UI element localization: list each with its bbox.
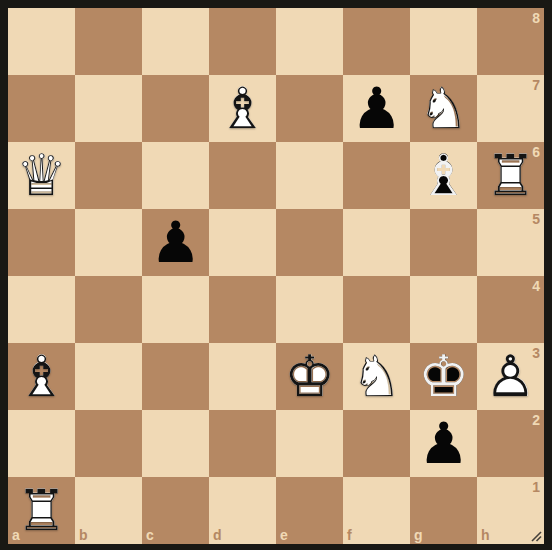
- square-d6[interactable]: [209, 142, 276, 209]
- white-queen[interactable]: ♛♕: [8, 142, 75, 209]
- piece-outline-glyph: ♔: [276, 343, 343, 410]
- white-knight[interactable]: ♞♘: [343, 343, 410, 410]
- piece-outline-glyph: ♕: [8, 142, 75, 209]
- square-h7[interactable]: 7: [477, 75, 544, 142]
- rank-label: 1: [532, 479, 540, 495]
- square-f3[interactable]: ♞♘: [343, 343, 410, 410]
- square-b2[interactable]: [75, 410, 142, 477]
- square-d4[interactable]: [209, 276, 276, 343]
- square-d2[interactable]: [209, 410, 276, 477]
- piece-outline-glyph: ♘: [410, 75, 477, 142]
- square-f5[interactable]: [343, 209, 410, 276]
- square-g7[interactable]: ♞♘: [410, 75, 477, 142]
- square-f1[interactable]: f: [343, 477, 410, 544]
- black-king[interactable]: ♚♔: [410, 343, 477, 410]
- rank-label: 7: [532, 77, 540, 93]
- square-c7[interactable]: [142, 75, 209, 142]
- white-bishop[interactable]: ♝♗: [209, 75, 276, 142]
- square-g2[interactable]: ♟: [410, 410, 477, 477]
- piece-outline-glyph: ♔: [410, 343, 477, 410]
- square-a6[interactable]: ♛♕: [8, 142, 75, 209]
- square-g5[interactable]: [410, 209, 477, 276]
- file-label: d: [213, 527, 222, 543]
- rank-label: 5: [532, 211, 540, 227]
- square-b7[interactable]: [75, 75, 142, 142]
- square-g4[interactable]: [410, 276, 477, 343]
- piece-outline-glyph: ♙: [477, 343, 544, 410]
- piece-outline-glyph: ♗: [410, 142, 477, 209]
- piece-outline-glyph: ♗: [8, 343, 75, 410]
- square-d8[interactable]: [209, 8, 276, 75]
- black-pawn[interactable]: ♟: [142, 209, 209, 276]
- black-pawn[interactable]: ♟: [343, 75, 410, 142]
- square-e6[interactable]: [276, 142, 343, 209]
- piece-glyph: ♟: [142, 209, 209, 276]
- square-c6[interactable]: [142, 142, 209, 209]
- square-d1[interactable]: d: [209, 477, 276, 544]
- square-b8[interactable]: [75, 8, 142, 75]
- square-e3[interactable]: ♚♔: [276, 343, 343, 410]
- page-background: 8♝♗♟♞♘7♛♕♝♗6♜♖♟54♝♗♚♔♞♘♚♔3♟♙♟2a♜♖bcdefg1…: [0, 0, 552, 550]
- square-g3[interactable]: ♚♔: [410, 343, 477, 410]
- square-h4[interactable]: 4: [477, 276, 544, 343]
- square-c5[interactable]: ♟: [142, 209, 209, 276]
- chess-board: 8♝♗♟♞♘7♛♕♝♗6♜♖♟54♝♗♚♔♞♘♚♔3♟♙♟2a♜♖bcdefg1…: [8, 8, 544, 544]
- square-f7[interactable]: ♟: [343, 75, 410, 142]
- piece-outline-glyph: ♖: [8, 477, 75, 544]
- square-e8[interactable]: [276, 8, 343, 75]
- square-h3[interactable]: 3♟♙: [477, 343, 544, 410]
- square-a3[interactable]: ♝♗: [8, 343, 75, 410]
- square-d7[interactable]: ♝♗: [209, 75, 276, 142]
- file-label: e: [280, 527, 288, 543]
- rank-label: 4: [532, 278, 540, 294]
- square-e5[interactable]: [276, 209, 343, 276]
- square-c8[interactable]: [142, 8, 209, 75]
- square-g8[interactable]: [410, 8, 477, 75]
- square-a8[interactable]: [8, 8, 75, 75]
- square-a7[interactable]: [8, 75, 75, 142]
- white-rook[interactable]: ♜♖: [8, 477, 75, 544]
- square-f2[interactable]: [343, 410, 410, 477]
- square-h8[interactable]: 8: [477, 8, 544, 75]
- square-h6[interactable]: 6♜♖: [477, 142, 544, 209]
- file-label: c: [146, 527, 154, 543]
- rank-label: 8: [532, 10, 540, 26]
- square-d5[interactable]: [209, 209, 276, 276]
- square-b3[interactable]: [75, 343, 142, 410]
- black-bishop[interactable]: ♝♗: [410, 142, 477, 209]
- piece-glyph: ♟: [410, 410, 477, 477]
- square-h2[interactable]: 2: [477, 410, 544, 477]
- file-label: g: [414, 527, 423, 543]
- square-f4[interactable]: [343, 276, 410, 343]
- white-bishop[interactable]: ♝♗: [8, 343, 75, 410]
- piece-outline-glyph: ♗: [209, 75, 276, 142]
- board-resize-handle-icon[interactable]: [529, 529, 543, 543]
- file-label: b: [79, 527, 88, 543]
- square-f6[interactable]: [343, 142, 410, 209]
- square-c3[interactable]: [142, 343, 209, 410]
- square-f8[interactable]: [343, 8, 410, 75]
- black-pawn[interactable]: ♟: [410, 410, 477, 477]
- square-g6[interactable]: ♝♗: [410, 142, 477, 209]
- square-e7[interactable]: [276, 75, 343, 142]
- white-rook[interactable]: ♜♖: [477, 142, 544, 209]
- piece-glyph: ♟: [343, 75, 410, 142]
- square-c1[interactable]: c: [142, 477, 209, 544]
- square-e4[interactable]: [276, 276, 343, 343]
- white-pawn[interactable]: ♟♙: [477, 343, 544, 410]
- square-g1[interactable]: g: [410, 477, 477, 544]
- white-king[interactable]: ♚♔: [276, 343, 343, 410]
- square-a4[interactable]: [8, 276, 75, 343]
- square-b4[interactable]: [75, 276, 142, 343]
- file-label: h: [481, 527, 490, 543]
- piece-outline-glyph: ♘: [343, 343, 410, 410]
- square-e1[interactable]: e: [276, 477, 343, 544]
- square-b1[interactable]: b: [75, 477, 142, 544]
- square-d3[interactable]: [209, 343, 276, 410]
- square-c2[interactable]: [142, 410, 209, 477]
- square-e2[interactable]: [276, 410, 343, 477]
- square-b6[interactable]: [75, 142, 142, 209]
- square-c4[interactable]: [142, 276, 209, 343]
- square-a1[interactable]: a♜♖: [8, 477, 75, 544]
- square-a5[interactable]: [8, 209, 75, 276]
- square-h5[interactable]: 5: [477, 209, 544, 276]
- square-a2[interactable]: [8, 410, 75, 477]
- white-knight[interactable]: ♞♘: [410, 75, 477, 142]
- rank-label: 2: [532, 412, 540, 428]
- piece-outline-glyph: ♖: [477, 142, 544, 209]
- file-label: f: [347, 527, 352, 543]
- square-b5[interactable]: [75, 209, 142, 276]
